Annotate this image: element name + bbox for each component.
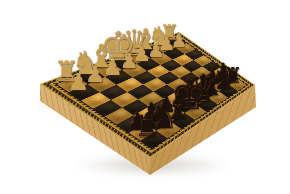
- inlay-border-dark-band: [43, 33, 253, 156]
- chess-board: [40, 32, 255, 158]
- inlay-border-gold-band: [48, 34, 252, 153]
- board-grid: [55, 37, 247, 150]
- inlay-border-zigzag-band: [52, 36, 249, 151]
- chess-set-photo: ♜♞♝♛♚♝♞♜♟♟♟♟♟♟♟♟♟♟♟♟♟♟♟♟♜♞♝♛♚♝♞♜: [0, 0, 290, 194]
